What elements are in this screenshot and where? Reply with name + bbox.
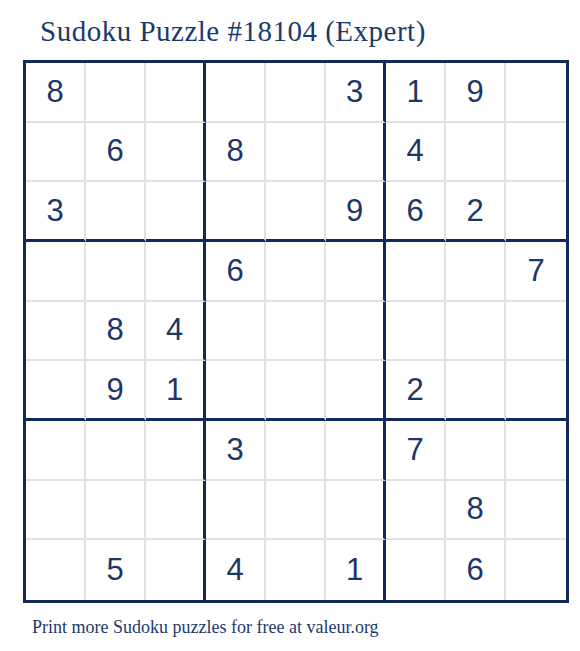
cell-r5c1[interactable] <box>26 302 86 362</box>
cell-r9c6[interactable]: 1 <box>326 540 386 600</box>
cell-r1c2[interactable] <box>86 63 146 123</box>
cell-r4c5[interactable] <box>266 242 326 302</box>
cell-r9c4[interactable]: 4 <box>206 540 266 600</box>
sudoku-grid: 8319684396267849123785416 <box>23 60 569 603</box>
cell-r8c8[interactable]: 8 <box>446 481 506 541</box>
cell-r8c5[interactable] <box>266 481 326 541</box>
cell-r5c8[interactable] <box>446 302 506 362</box>
cell-r7c7[interactable]: 7 <box>386 421 446 481</box>
cell-r5c5[interactable] <box>266 302 326 362</box>
cell-r7c8[interactable] <box>446 421 506 481</box>
cell-r4c9[interactable]: 7 <box>506 242 566 302</box>
cell-r6c4[interactable] <box>206 361 266 421</box>
cell-r4c8[interactable] <box>446 242 506 302</box>
cell-r6c3[interactable]: 1 <box>146 361 206 421</box>
cell-r8c6[interactable] <box>326 481 386 541</box>
cell-r1c6[interactable]: 3 <box>326 63 386 123</box>
cell-r2c1[interactable] <box>26 123 86 183</box>
cell-r3c4[interactable] <box>206 182 266 242</box>
cell-r3c9[interactable] <box>506 182 566 242</box>
cell-r3c3[interactable] <box>146 182 206 242</box>
cell-r7c5[interactable] <box>266 421 326 481</box>
cell-r3c5[interactable] <box>266 182 326 242</box>
cell-r1c5[interactable] <box>266 63 326 123</box>
cell-r4c4[interactable]: 6 <box>206 242 266 302</box>
cell-r9c5[interactable] <box>266 540 326 600</box>
cell-r1c8[interactable]: 9 <box>446 63 506 123</box>
cell-r4c3[interactable] <box>146 242 206 302</box>
cell-r4c2[interactable] <box>86 242 146 302</box>
cell-r1c4[interactable] <box>206 63 266 123</box>
cell-r5c4[interactable] <box>206 302 266 362</box>
cell-r5c9[interactable] <box>506 302 566 362</box>
cell-r6c2[interactable]: 9 <box>86 361 146 421</box>
cell-r2c5[interactable] <box>266 123 326 183</box>
cell-r5c3[interactable]: 4 <box>146 302 206 362</box>
cell-r9c1[interactable] <box>26 540 86 600</box>
cell-r3c6[interactable]: 9 <box>326 182 386 242</box>
page-title: Sudoku Puzzle #18104 (Expert) <box>0 0 580 48</box>
cell-r1c7[interactable]: 1 <box>386 63 446 123</box>
cell-r3c2[interactable] <box>86 182 146 242</box>
cell-r5c2[interactable]: 8 <box>86 302 146 362</box>
cell-r3c1[interactable]: 3 <box>26 182 86 242</box>
cell-r9c9[interactable] <box>506 540 566 600</box>
cell-r7c9[interactable] <box>506 421 566 481</box>
cell-r5c7[interactable] <box>386 302 446 362</box>
cell-r7c6[interactable] <box>326 421 386 481</box>
cell-r6c1[interactable] <box>26 361 86 421</box>
cell-r7c4[interactable]: 3 <box>206 421 266 481</box>
cell-r8c3[interactable] <box>146 481 206 541</box>
cell-r3c7[interactable]: 6 <box>386 182 446 242</box>
cell-r2c6[interactable] <box>326 123 386 183</box>
cell-r2c9[interactable] <box>506 123 566 183</box>
cell-r9c8[interactable]: 6 <box>446 540 506 600</box>
cell-r2c2[interactable]: 6 <box>86 123 146 183</box>
cell-r6c6[interactable] <box>326 361 386 421</box>
cell-r2c3[interactable] <box>146 123 206 183</box>
cell-r6c5[interactable] <box>266 361 326 421</box>
cell-r3c8[interactable]: 2 <box>446 182 506 242</box>
sudoku-board-area: 8319684396267849123785416 <box>23 60 580 603</box>
cell-r8c2[interactable] <box>86 481 146 541</box>
cell-r6c9[interactable] <box>506 361 566 421</box>
cell-r5c6[interactable] <box>326 302 386 362</box>
cell-r7c1[interactable] <box>26 421 86 481</box>
cell-r7c2[interactable] <box>86 421 146 481</box>
cell-r2c4[interactable]: 8 <box>206 123 266 183</box>
footer-note: Print more Sudoku puzzles for free at va… <box>32 617 580 638</box>
cell-r8c7[interactable] <box>386 481 446 541</box>
cell-r6c8[interactable] <box>446 361 506 421</box>
cell-r8c4[interactable] <box>206 481 266 541</box>
cell-r1c1[interactable]: 8 <box>26 63 86 123</box>
cell-r2c7[interactable]: 4 <box>386 123 446 183</box>
cell-r9c2[interactable]: 5 <box>86 540 146 600</box>
cell-r7c3[interactable] <box>146 421 206 481</box>
cell-r1c3[interactable] <box>146 63 206 123</box>
cell-r9c3[interactable] <box>146 540 206 600</box>
cell-r4c7[interactable] <box>386 242 446 302</box>
cell-r9c7[interactable] <box>386 540 446 600</box>
cell-r4c6[interactable] <box>326 242 386 302</box>
cell-r4c1[interactable] <box>26 242 86 302</box>
cell-r2c8[interactable] <box>446 123 506 183</box>
cell-r8c1[interactable] <box>26 481 86 541</box>
cell-r1c9[interactable] <box>506 63 566 123</box>
cell-r8c9[interactable] <box>506 481 566 541</box>
cell-r6c7[interactable]: 2 <box>386 361 446 421</box>
